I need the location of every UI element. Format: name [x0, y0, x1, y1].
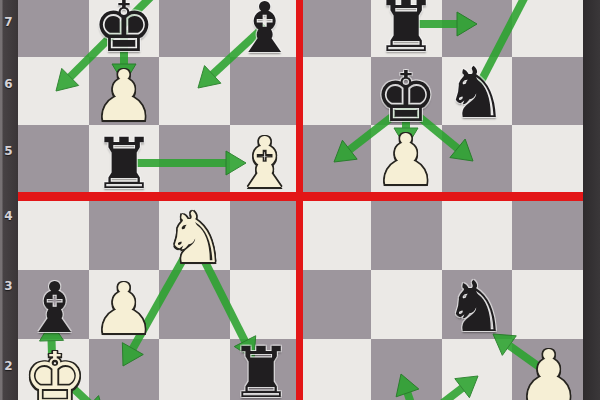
square-e2[interactable]	[300, 339, 371, 400]
piece-white-pawn-h2[interactable]: ♟	[513, 340, 585, 400]
square-a7[interactable]	[18, 0, 89, 57]
piece-black-knight-g6[interactable]: ♞	[440, 57, 512, 129]
square-h7[interactable]	[512, 0, 583, 57]
square-e6[interactable]	[300, 57, 371, 125]
square-f2[interactable]	[371, 339, 442, 400]
square-c5[interactable]	[159, 125, 230, 192]
square-g4[interactable]	[442, 201, 513, 270]
piece-white-pawn-b3[interactable]: ♟	[88, 273, 160, 345]
square-d3[interactable]	[230, 270, 301, 339]
piece-black-king-b7[interactable]: ♚	[88, 0, 160, 63]
square-e7[interactable]	[300, 0, 371, 57]
rank-label-7: 7	[0, 15, 17, 29]
square-e5[interactable]	[300, 125, 371, 192]
square-a4[interactable]	[18, 201, 89, 270]
square-c3[interactable]	[159, 270, 230, 339]
square-a5[interactable]	[18, 125, 89, 192]
rank-label-3: 3	[0, 279, 17, 293]
piece-black-rook-b5[interactable]: ♜	[88, 128, 160, 200]
rank-coordinate-sidebar: 765432	[0, 0, 18, 400]
square-c7[interactable]	[159, 0, 230, 57]
piece-black-rook-d2[interactable]: ♜	[225, 337, 297, 400]
piece-white-knight-c4[interactable]: ♞	[159, 202, 231, 274]
square-h5[interactable]	[512, 125, 583, 192]
piece-black-bishop-d7[interactable]: ♝	[229, 0, 301, 64]
piece-white-bishop-d5[interactable]: ♝	[229, 127, 301, 199]
piece-black-bishop-a3[interactable]: ♝	[19, 272, 91, 344]
square-f3[interactable]	[371, 270, 442, 339]
rank-label-2: 2	[0, 359, 17, 373]
square-h6[interactable]	[512, 57, 583, 125]
piece-white-pawn-f5[interactable]: ♟	[370, 124, 442, 196]
square-h3[interactable]	[512, 270, 583, 339]
square-b4[interactable]	[89, 201, 160, 270]
square-a6[interactable]	[18, 57, 89, 125]
piece-black-rook-f7[interactable]: ♜	[370, 0, 442, 63]
square-d4[interactable]	[230, 201, 301, 270]
square-f4[interactable]	[371, 201, 442, 270]
square-h4[interactable]	[512, 201, 583, 270]
rank-label-5: 5	[0, 144, 17, 158]
right-border-sidebar	[583, 0, 600, 400]
square-c2[interactable]	[159, 339, 230, 400]
square-g5[interactable]	[442, 125, 513, 192]
piece-white-king-a2[interactable]: ♚	[19, 342, 91, 400]
square-e3[interactable]	[300, 270, 371, 339]
piece-black-knight-g3[interactable]: ♞	[440, 271, 512, 343]
rank-label-6: 6	[0, 77, 17, 91]
square-e4[interactable]	[300, 201, 371, 270]
square-g2[interactable]	[442, 339, 513, 400]
rank-label-4: 4	[0, 209, 17, 223]
piece-white-pawn-b6[interactable]: ♟	[88, 60, 160, 132]
square-g7[interactable]	[442, 0, 513, 57]
chess-composite-screenshot: 765432 ♚♝♜♟♚♞♜♝♟♞♝♟♚♜♞♟	[0, 0, 600, 400]
square-c6[interactable]	[159, 57, 230, 125]
